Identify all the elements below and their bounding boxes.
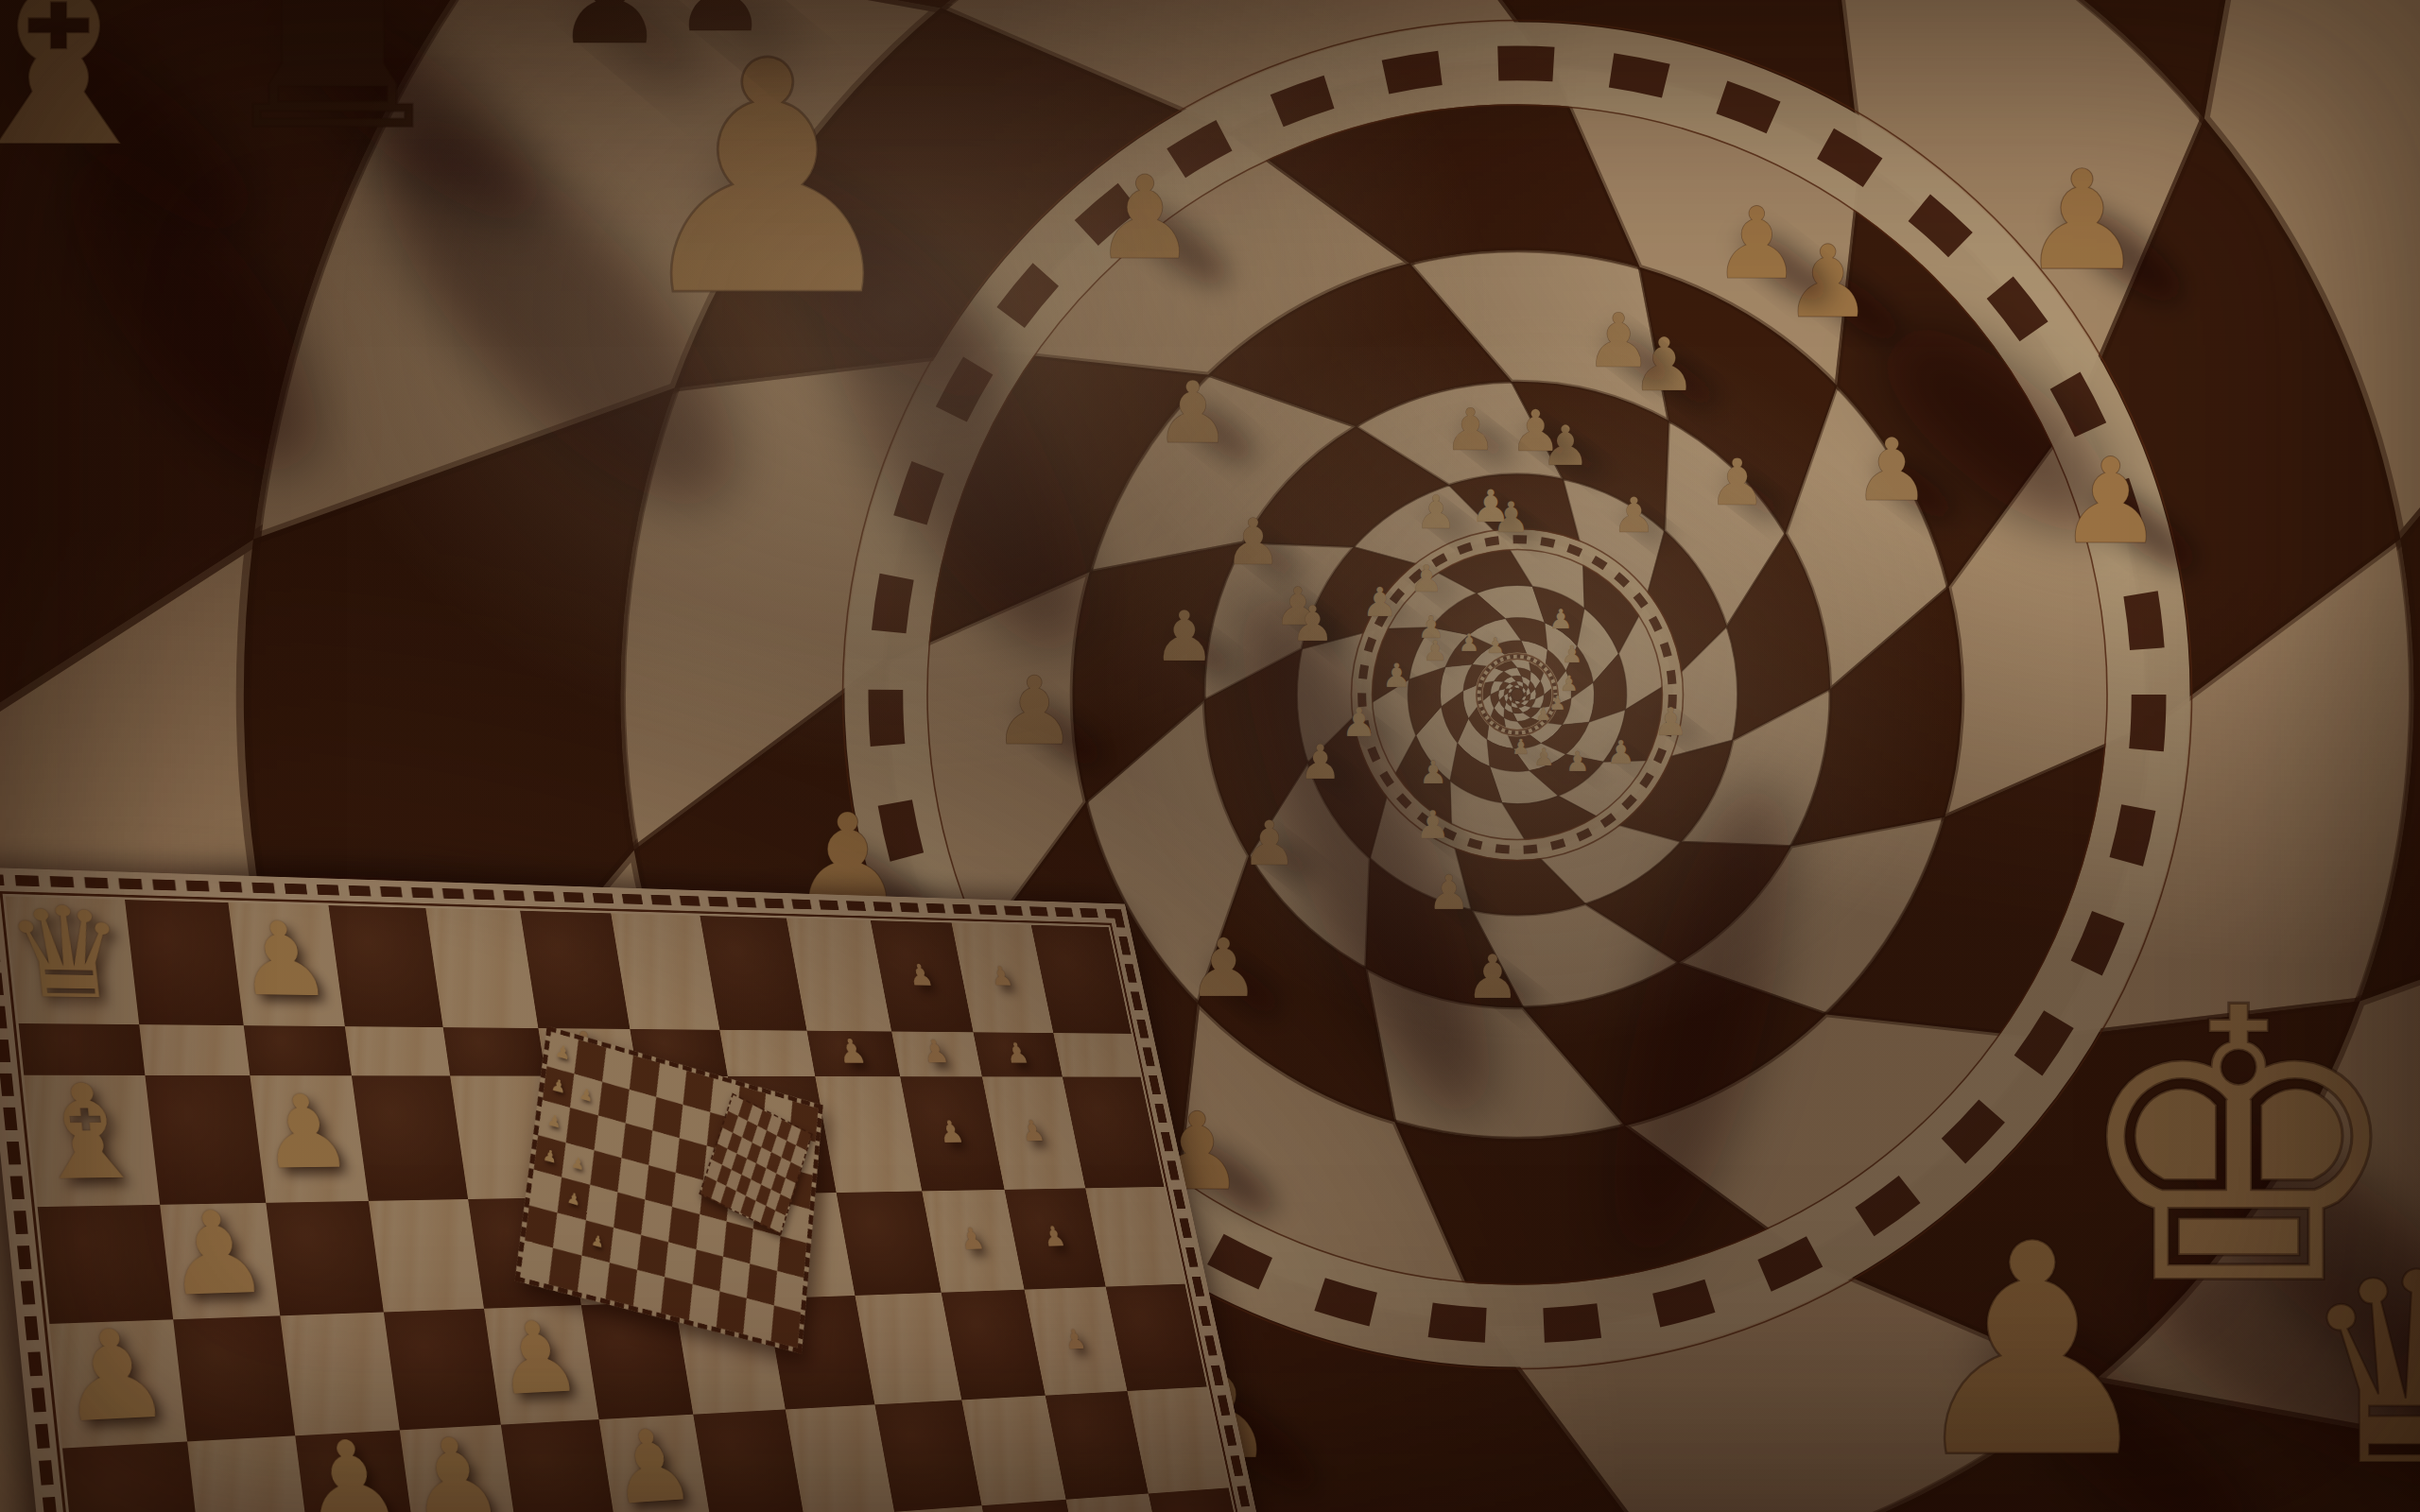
white-pawn: ♟: [1606, 733, 1635, 771]
inset-square-light: ♟: [229, 902, 345, 1026]
white-pawn-tiny: ♟: [550, 1076, 567, 1096]
white-pawn: ♟: [1708, 445, 1766, 520]
white-piece: ♛: [0, 888, 134, 1017]
white-pawn-right: ♟: [1901, 1181, 2164, 1512]
white-pawn: ♟: [1653, 699, 1688, 745]
white-pawn: ♟: [1290, 595, 1335, 652]
white-pawn: ♟: [988, 963, 1014, 989]
white-pawn: ♟: [958, 1224, 987, 1254]
white-pawn: ♟: [252, 1082, 357, 1184]
white-pawn: ♟: [1409, 557, 1443, 600]
inset-square-light: ♟: [484, 1305, 598, 1424]
spiral-center: [1512, 689, 1523, 700]
white-pawn: ♟: [1427, 865, 1470, 920]
white-pawn: ♟: [1062, 1325, 1088, 1352]
inset-square-dark: [501, 1419, 616, 1512]
inset-square-dark: ♟: [806, 1031, 900, 1077]
white-pawn: ♟: [906, 960, 936, 990]
inset-square-light: ♟: [598, 1415, 712, 1512]
inset-square-light: ♟: [251, 1075, 369, 1203]
white-pawn: ♟: [1465, 942, 1519, 1012]
white-pawn-tiny: ♟: [546, 1111, 562, 1131]
dark-pawn-top-edge-a: ♟: [555, 0, 665, 72]
dark-pawn-top-edge-b: ♟: [674, 0, 768, 55]
white-pawn: ♟: [1341, 699, 1377, 746]
inset-square-light: [369, 1199, 484, 1312]
white-pawn: ♟: [1224, 505, 1282, 579]
white-pawn: ♟: [1093, 151, 1196, 285]
white-pawn: ♟: [1549, 692, 1566, 714]
mini-square-dark: [717, 1292, 747, 1334]
white-pawn: ♟: [835, 1035, 869, 1068]
white-pawn: ♟: [1153, 595, 1216, 677]
white-pawn: ♟: [1187, 921, 1259, 1015]
white-pawn: ♟: [1242, 808, 1297, 879]
inset-square-dark: [146, 1075, 267, 1205]
white-pawn: ♟: [2020, 141, 2144, 301]
white-queen-right-edge: ♛: [2297, 1216, 2420, 1512]
white-pawn: ♟: [1459, 628, 1480, 657]
white-pawn: ♟: [1415, 486, 1457, 540]
white-pawn: ♟: [1512, 734, 1530, 759]
white-pawn: ♟: [399, 1420, 510, 1512]
inset-square-light: [188, 1435, 311, 1512]
mini-square-light: [578, 1256, 610, 1299]
white-pawn: ♟: [920, 1037, 952, 1068]
mini-square-dark: [770, 1306, 801, 1349]
white-pawn: ♟: [488, 1308, 586, 1410]
inset-square-light: [1053, 1033, 1140, 1077]
white-pawn: ♟: [1003, 1039, 1031, 1067]
inset-square-dark: [174, 1315, 296, 1441]
inset-square-light: [345, 1026, 450, 1075]
inset-square-light: [719, 1030, 815, 1076]
white-pawn: ♟: [1535, 704, 1551, 724]
white-piece: ♝: [18, 1067, 154, 1198]
mini-square-dark: [661, 1278, 692, 1320]
inset-square-light: ♟: [891, 1032, 982, 1077]
white-pawn: ♟: [50, 1313, 176, 1440]
white-pawn: ♟: [1853, 420, 1930, 521]
mini-square-light: [689, 1284, 720, 1327]
inset-square-dark: [352, 1075, 468, 1201]
white-pawn: ♟: [1299, 734, 1341, 790]
mini-square-light: [633, 1270, 665, 1313]
inset-square-light: ♛: [6, 897, 140, 1025]
white-pawn: ♟: [993, 656, 1078, 766]
inset-square-light: [140, 1024, 251, 1075]
white-pawn: ♟: [1362, 578, 1398, 626]
white-pawn-tiny: ♟: [579, 1085, 595, 1104]
white-pawn: ♟: [1612, 487, 1655, 543]
white-pawn: ♟: [292, 1423, 409, 1512]
white-pawn: ♟: [1713, 186, 1802, 301]
white-pawn: ♟: [229, 906, 337, 1009]
white-pawn: ♟: [1382, 657, 1411, 695]
dark-rook-top-left: ♜: [206, 0, 460, 194]
inset-square-light: ♟: [161, 1203, 281, 1319]
white-pawn-tiny: ♟: [554, 1042, 572, 1063]
white-pawn: ♟: [602, 1416, 700, 1512]
white-pawn: ♟: [157, 1196, 274, 1313]
white-pawn-tiny: ♟: [566, 1190, 581, 1209]
white-pawn-tiny: ♟: [542, 1146, 558, 1166]
white-pawn-tiny: ♟: [570, 1155, 585, 1174]
inset-square-light: ♟: [49, 1319, 187, 1448]
white-pawn: ♟: [1415, 802, 1450, 848]
inset-square-dark: [125, 900, 243, 1025]
white-pawn: ♟: [1155, 363, 1232, 462]
white-pawn: ♟: [2058, 433, 2164, 571]
inset-square-dark: ♟: [296, 1430, 416, 1512]
recursive-inset-board: ♛♟♟♟♟♟♟♟♝♟♟♟♟♟♟♟♟♟♟♟♟♟♟♟ ♟♟♟♟♟♟♟♟: [0, 867, 1270, 1512]
inset-square-light: ♝: [24, 1075, 160, 1207]
mini-square-light: [520, 1241, 553, 1284]
white-pawn: ♟: [1585, 298, 1652, 385]
inset-square-dark: [442, 1027, 544, 1075]
white-pawn: ♟: [1471, 480, 1511, 532]
inset-square-light: ♟: [400, 1425, 517, 1512]
white-pawn: ♟: [1419, 754, 1447, 791]
droste-chessboard-photo: ♟♟♟♟♟♟♟♟♟♟♟♟♟♟♟♟♟♟♟♟♟♟♟♟♟♟♟♟♟♟♟♟♟♟♟♟♟♟♟♟…: [0, 0, 2420, 1512]
inset-square-dark: [267, 1201, 384, 1315]
mini-square-light: [743, 1298, 773, 1341]
inset-square-light: [425, 908, 538, 1028]
inset-square-dark: [62, 1441, 201, 1512]
white-pawn-tiny: ♟: [590, 1232, 604, 1250]
inset-square-dark: ♟: [974, 1032, 1063, 1076]
inset-square-dark: [244, 1025, 352, 1075]
white-pawn: ♟: [1565, 746, 1590, 778]
white-pawn: ♟: [1444, 396, 1496, 463]
white-pawn: ♟: [1486, 633, 1505, 658]
white-pawn: ♟: [1510, 398, 1561, 464]
mini-square-dark: [549, 1248, 582, 1292]
white-pawn: ♟: [1018, 1117, 1046, 1145]
white-pawn: ♟: [1548, 603, 1573, 635]
white-pawn: ♟: [936, 1116, 966, 1146]
mini-square-dark: [605, 1263, 637, 1306]
inset-square-dark: [328, 905, 442, 1027]
light-bishop-far-top-left: ♝: [0, 0, 178, 206]
white-pawn: ♟: [1533, 744, 1555, 771]
white-pawn: ♟: [1562, 641, 1583, 668]
recursive-inset-board-wrap: ♛♟♟♟♟♟♟♟♝♟♟♟♟♟♟♟♟♟♟♟♟♟♟♟ ♟♟♟♟♟♟♟♟: [0, 867, 1270, 1512]
white-pawn: ♟: [1423, 634, 1448, 667]
white-pawn: ♟: [1041, 1223, 1068, 1251]
